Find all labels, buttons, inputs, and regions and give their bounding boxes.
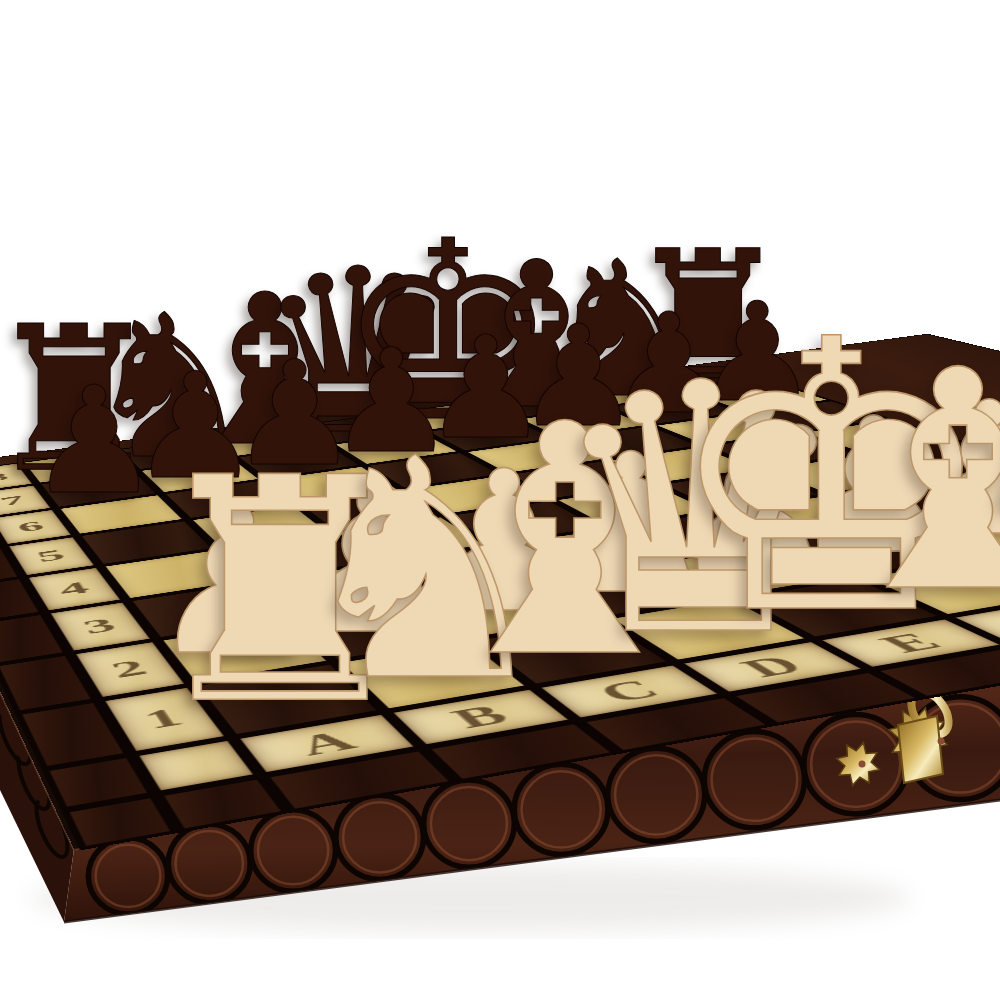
piece-white-knight[interactable]: ♞ xyxy=(955,331,1000,611)
photo-canvas: 87654321ABCDEFGH ♜♞♝♛♚♝♞♜♟♟♟♟♟♟♟♟♟♟♟♟♟♟♟… xyxy=(0,0,1000,1000)
